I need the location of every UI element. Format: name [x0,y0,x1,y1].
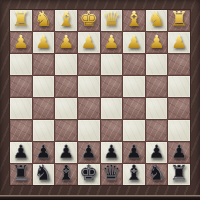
square-c2[interactable]: ♟ [123,32,145,53]
square-e5[interactable] [78,98,100,119]
piece-white-rook[interactable]: ♜ [170,9,189,30]
square-d7[interactable]: ♟ [101,142,123,163]
piece-black-bishop[interactable]: ♝ [57,163,76,184]
square-e1[interactable]: ♚ [78,10,100,31]
square-e4[interactable] [78,76,100,97]
piece-white-knight[interactable]: ♞ [34,9,53,30]
square-g3[interactable] [33,54,55,75]
square-g4[interactable] [33,76,55,97]
square-d2[interactable]: ♟ [101,32,123,53]
square-f8[interactable]: ♝ [55,164,77,185]
square-c3[interactable] [123,54,145,75]
piece-white-pawn[interactable]: ♟ [148,33,164,51]
piece-black-king[interactable]: ♚ [79,163,98,184]
square-h4[interactable] [10,76,32,97]
piece-black-rook[interactable]: ♜ [11,163,30,184]
square-a5[interactable] [168,98,190,119]
square-a2[interactable]: ♟ [168,32,190,53]
square-f4[interactable] [55,76,77,97]
square-h2[interactable]: ♟ [10,32,32,53]
piece-white-pawn[interactable]: ♟ [126,33,142,51]
square-b8[interactable]: ♞ [146,164,168,185]
square-c5[interactable] [123,98,145,119]
piece-white-pawn[interactable]: ♟ [103,33,119,51]
piece-black-pawn[interactable]: ♟ [126,143,142,161]
square-e2[interactable]: ♟ [78,32,100,53]
piece-black-rook[interactable]: ♜ [170,163,189,184]
piece-white-pawn[interactable]: ♟ [35,33,51,51]
piece-black-pawn[interactable]: ♟ [81,143,97,161]
square-e3[interactable] [78,54,100,75]
piece-white-king[interactable]: ♚ [79,9,98,30]
square-f6[interactable] [55,120,77,141]
piece-black-pawn[interactable]: ♟ [171,143,187,161]
square-b2[interactable]: ♟ [146,32,168,53]
piece-white-knight[interactable]: ♞ [147,9,166,30]
square-a7[interactable]: ♟ [168,142,190,163]
piece-black-bishop[interactable]: ♝ [125,163,144,184]
piece-black-pawn[interactable]: ♟ [35,143,51,161]
square-e8[interactable]: ♚ [78,164,100,185]
square-a6[interactable] [168,120,190,141]
piece-white-bishop[interactable]: ♝ [125,9,144,30]
square-a3[interactable] [168,54,190,75]
square-f7[interactable]: ♟ [55,142,77,163]
square-d5[interactable] [101,98,123,119]
piece-white-bishop[interactable]: ♝ [57,9,76,30]
piece-white-queen[interactable]: ♛ [102,9,121,30]
piece-white-rook[interactable]: ♜ [11,9,30,30]
piece-black-pawn[interactable]: ♟ [103,143,119,161]
square-b5[interactable] [146,98,168,119]
square-g2[interactable]: ♟ [33,32,55,53]
square-d1[interactable]: ♛ [101,10,123,31]
piece-black-knight[interactable]: ♞ [34,163,53,184]
square-h6[interactable] [10,120,32,141]
piece-black-pawn[interactable]: ♟ [13,143,29,161]
square-c6[interactable] [123,120,145,141]
piece-white-pawn[interactable]: ♟ [81,33,97,51]
square-h5[interactable] [10,98,32,119]
square-b7[interactable]: ♟ [146,142,168,163]
square-a8[interactable]: ♜ [168,164,190,185]
square-b3[interactable] [146,54,168,75]
square-d6[interactable] [101,120,123,141]
square-d4[interactable] [101,76,123,97]
square-f1[interactable]: ♝ [55,10,77,31]
square-e7[interactable]: ♟ [78,142,100,163]
piece-white-pawn[interactable]: ♟ [171,33,187,51]
square-c4[interactable] [123,76,145,97]
square-g7[interactable]: ♟ [33,142,55,163]
square-g1[interactable]: ♞ [33,10,55,31]
piece-white-pawn[interactable]: ♟ [58,33,74,51]
square-d3[interactable] [101,54,123,75]
chess-app-screenshot: ♜♞♝♚♛♝♞♜♟♟♟♟♟♟♟♟♟♟♟♟♟♟♟♟♜♞♝♚♛♝♞♜ [0,0,200,200]
square-c7[interactable]: ♟ [123,142,145,163]
square-e6[interactable] [78,120,100,141]
square-h3[interactable] [10,54,32,75]
square-c1[interactable]: ♝ [123,10,145,31]
square-b4[interactable] [146,76,168,97]
square-d8[interactable]: ♛ [101,164,123,185]
square-b1[interactable]: ♞ [146,10,168,31]
piece-black-pawn[interactable]: ♟ [58,143,74,161]
square-f5[interactable] [55,98,77,119]
square-h1[interactable]: ♜ [10,10,32,31]
piece-black-knight[interactable]: ♞ [147,163,166,184]
chess-board: ♜♞♝♚♛♝♞♜♟♟♟♟♟♟♟♟♟♟♟♟♟♟♟♟♜♞♝♚♛♝♞♜ [9,9,191,186]
square-f2[interactable]: ♟ [55,32,77,53]
square-f3[interactable] [55,54,77,75]
square-h8[interactable]: ♜ [10,164,32,185]
piece-black-queen[interactable]: ♛ [102,163,121,184]
square-a1[interactable]: ♜ [168,10,190,31]
piece-black-pawn[interactable]: ♟ [148,143,164,161]
square-g6[interactable] [33,120,55,141]
square-b6[interactable] [146,120,168,141]
square-a4[interactable] [168,76,190,97]
square-g5[interactable] [33,98,55,119]
piece-white-pawn[interactable]: ♟ [13,33,29,51]
square-g8[interactable]: ♞ [33,164,55,185]
square-c8[interactable]: ♝ [123,164,145,185]
square-h7[interactable]: ♟ [10,142,32,163]
